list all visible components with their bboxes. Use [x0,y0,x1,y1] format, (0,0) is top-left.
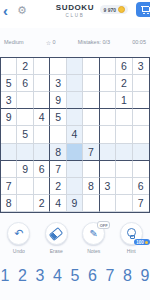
sudoku-cell-r5c4[interactable] [50,126,66,143]
sudoku-cell-r3c7[interactable] [100,92,116,109]
numpad-3[interactable]: 3 [32,267,48,285]
sudoku-cell-r9c4[interactable]: 4 [50,195,66,212]
sudoku-cell-r9c9[interactable]: 7 [133,195,149,212]
sudoku-cell-r9c7[interactable] [100,195,116,212]
difficulty-label: Medium [4,39,24,45]
sudoku-cell-r5c9[interactable] [133,126,149,143]
sudoku-cell-r6c8[interactable] [116,144,132,161]
sudoku-cell-r5c5[interactable]: 4 [67,126,83,143]
sudoku-cell-r3c8[interactable]: 1 [116,92,132,109]
notes-off-badge: OFF [97,221,110,229]
sudoku-cell-r7c8[interactable] [116,161,132,178]
sudoku-cell-r8c3[interactable] [34,178,50,195]
sudoku-cell-r8c1[interactable]: 7 [1,178,17,195]
sudoku-board: 263563239194554879677283682497 [0,57,150,213]
sudoku-cell-r4c8[interactable] [116,109,132,126]
sudoku-cell-r1c2[interactable]: 2 [17,58,33,75]
hint-label: Hint [127,248,136,254]
sudoku-cell-r3c4[interactable]: 9 [50,92,66,109]
sudoku-cell-r2c3[interactable] [34,75,50,92]
undo-label: Undo [13,248,25,254]
pencil-icon: ✎ [90,229,98,239]
sudoku-cell-r8c6[interactable]: 8 [83,178,99,195]
sudoku-cell-r5c1[interactable] [1,126,17,143]
notes-button[interactable]: ✎ OFF Notes [76,222,112,254]
undo-button[interactable]: ↶ Undo [1,222,37,254]
sudoku-cell-r2c6[interactable] [83,75,99,92]
sudoku-cell-r1c8[interactable]: 6 [116,58,132,75]
numpad-4[interactable]: 4 [50,267,66,285]
back-icon[interactable]: ‹ [3,3,8,18]
cart-icon [141,6,150,13]
page-title: SUDOKU [50,3,100,12]
sudoku-cell-r1c3[interactable] [34,58,50,75]
coins-count: 9 970 [103,7,116,13]
sudoku-cell-r6c3[interactable] [34,144,50,161]
sudoku-cell-r4c7[interactable] [100,109,116,126]
numpad-2[interactable]: 2 [15,267,31,285]
sudoku-cell-r9c3[interactable]: 2 [34,195,50,212]
hint-coin-icon [145,241,148,244]
numpad-1[interactable]: 1 [0,267,13,285]
notes-label: Notes [87,248,100,254]
sudoku-cell-r5c7[interactable] [100,126,116,143]
sudoku-cell-r6c7[interactable] [100,144,116,161]
numpad-7[interactable]: 7 [102,267,118,285]
gear-icon[interactable]: ⚙ [17,4,27,17]
status-bar: Medium ☆ 0 Mistakes: 0/3 00:05 [0,37,150,47]
sudoku-cell-r5c6[interactable] [83,126,99,143]
sudoku-cell-r3c9[interactable] [133,92,149,109]
hint-cost: 100 [136,240,144,245]
sudoku-cell-r7c9[interactable] [133,161,149,178]
app-title-block: SUDOKU CLUB [50,3,100,18]
sudoku-cell-r2c5[interactable] [67,75,83,92]
erase-button[interactable]: Erase [38,222,74,254]
sudoku-cell-r8c4[interactable]: 2 [50,178,66,195]
sudoku-cell-r2c2[interactable]: 6 [17,75,33,92]
number-pad: 123456789 [0,261,150,291]
sudoku-cell-r5c8[interactable] [116,126,132,143]
sudoku-cell-r8c5[interactable] [67,178,83,195]
sudoku-cell-r4c6[interactable] [83,109,99,126]
sudoku-cell-r1c4[interactable] [50,58,66,75]
hint-button[interactable]: 100 Hint [113,222,149,254]
page-subtitle: CLUB [50,13,100,18]
sudoku-cell-r2c1[interactable]: 5 [1,75,17,92]
star-icon: ☆ [46,39,51,46]
sudoku-cell-r6c4[interactable]: 8 [50,144,66,161]
hint-cost-badge: 100 [134,239,150,245]
mistakes-counter: Mistakes: 0/3 [78,39,110,45]
sudoku-cell-r3c3[interactable] [34,92,50,109]
sudoku-cell-r3c1[interactable]: 3 [1,92,17,109]
sudoku-cell-r2c8[interactable]: 2 [116,75,132,92]
sudoku-cell-r5c2[interactable]: 5 [17,126,33,143]
coins-balance[interactable]: 9 970 [100,5,128,14]
eraser-icon [49,227,63,241]
sudoku-cell-r8c9[interactable]: 6 [133,178,149,195]
sudoku-cell-r7c7[interactable] [100,161,116,178]
numpad-9[interactable]: 9 [137,267,150,285]
sudoku-cell-r8c2[interactable] [17,178,33,195]
sudoku-cell-r1c7[interactable] [100,58,116,75]
sudoku-cell-r3c6[interactable] [83,92,99,109]
sudoku-cell-r9c5[interactable]: 9 [67,195,83,212]
timer: 00:05 [132,39,146,45]
sudoku-cell-r9c2[interactable] [17,195,33,212]
stars-count: 0 [53,39,56,45]
sudoku-cell-r1c6[interactable] [83,58,99,75]
sudoku-cell-r5c3[interactable] [34,126,50,143]
sudoku-cell-r7c2[interactable]: 9 [17,161,33,178]
sudoku-cell-r4c5[interactable] [67,109,83,126]
lightbulb-icon [127,228,136,239]
sudoku-cell-r8c8[interactable] [116,178,132,195]
coin-icon [118,6,125,13]
sudoku-cell-r6c5[interactable] [67,144,83,161]
sudoku-cell-r7c4[interactable]: 7 [50,161,66,178]
sudoku-cell-r2c7[interactable] [100,75,116,92]
sudoku-cell-r4c3[interactable]: 4 [34,109,50,126]
sudoku-cell-r2c4[interactable]: 3 [50,75,66,92]
sudoku-cell-r9c8[interactable] [116,195,132,212]
sudoku-cell-r7c6[interactable] [83,161,99,178]
sudoku-cell-r2c9[interactable] [133,75,149,92]
sudoku-cell-r6c1[interactable] [1,144,17,161]
sudoku-cell-r1c5[interactable] [67,58,83,75]
sudoku-cell-r3c5[interactable] [67,92,83,109]
sudoku-cell-r6c2[interactable] [17,144,33,161]
sudoku-cell-r1c1[interactable] [1,58,17,75]
undo-icon: ↶ [14,228,23,239]
sudoku-cell-r4c4[interactable]: 5 [50,109,66,126]
erase-label: Erase [50,248,63,254]
sudoku-cell-r8c7[interactable]: 3 [100,178,116,195]
sudoku-cell-r9c1[interactable]: 8 [1,195,17,212]
shop-button[interactable] [136,2,150,17]
sudoku-cell-r9c6[interactable] [83,195,99,212]
header: ‹ ⚙ SUDOKU CLUB 9 970 [0,0,150,28]
sudoku-cell-r1c9[interactable]: 3 [133,58,149,75]
sudoku-cell-r6c9[interactable] [133,144,149,161]
sudoku-cell-r6c6[interactable]: 7 [83,144,99,161]
sudoku-cell-r4c9[interactable] [133,109,149,126]
toolbar: ↶ Undo Erase ✎ OFF Notes 100 Hint [0,222,150,256]
numpad-6[interactable]: 6 [85,267,101,285]
sudoku-cell-r7c3[interactable]: 6 [34,161,50,178]
sudoku-cell-r7c1[interactable] [1,161,17,178]
sudoku-cell-r4c2[interactable] [17,109,33,126]
numpad-8[interactable]: 8 [120,267,136,285]
sudoku-cell-r3c2[interactable] [17,92,33,109]
numpad-5[interactable]: 5 [67,267,83,285]
sudoku-cell-r7c5[interactable] [67,161,83,178]
sudoku-cell-r4c1[interactable]: 9 [1,109,17,126]
stars-counter: ☆ 0 [46,39,56,46]
